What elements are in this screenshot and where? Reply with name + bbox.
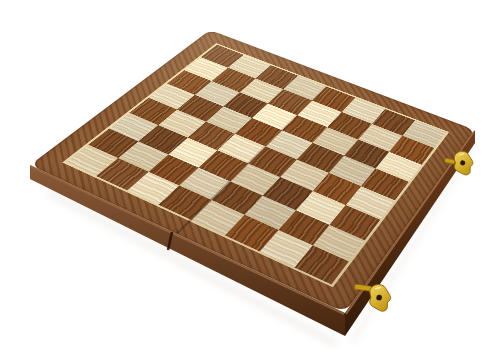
edge-highlight-left: [31, 167, 344, 315]
ground-shadow: [48, 150, 472, 344]
product-photo: [0, 0, 500, 355]
board-edges-and-hardware: [0, 0, 500, 355]
board-side-left: [30, 165, 345, 336]
